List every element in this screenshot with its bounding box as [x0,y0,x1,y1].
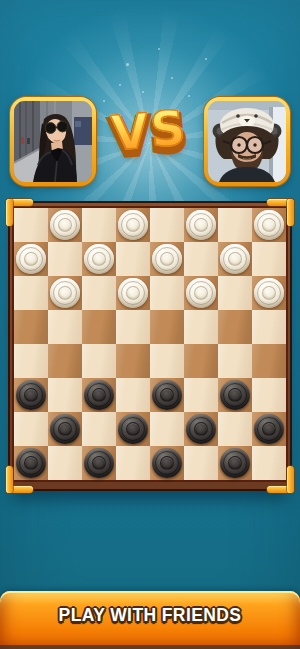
black-piece[interactable] [186,414,216,444]
square-r4c8[interactable] [252,310,286,344]
player-avatar-left[interactable] [10,97,96,186]
play-with-friends-button[interactable]: PLAY WITH FRIENDS [0,591,300,649]
white-piece[interactable] [16,244,46,274]
square-r5c6[interactable] [184,344,218,378]
square-r3c7[interactable] [218,276,252,310]
square-r7c5[interactable] [150,412,184,446]
square-r1c5[interactable] [150,208,184,242]
player-avatar-right[interactable] [204,97,290,186]
white-piece[interactable] [50,210,80,240]
square-r5c2[interactable] [48,344,82,378]
square-r2c5[interactable] [150,242,184,276]
square-r7c3[interactable] [82,412,116,446]
square-r1c6[interactable] [184,208,218,242]
white-piece[interactable] [220,244,250,274]
white-piece[interactable] [50,278,80,308]
square-r3c3[interactable] [82,276,116,310]
square-r8c3[interactable] [82,446,116,480]
square-r4c6[interactable] [184,310,218,344]
square-r8c2[interactable] [48,446,82,480]
square-r7c1[interactable] [14,412,48,446]
board-grid [14,208,286,480]
square-r5c1[interactable] [14,344,48,378]
square-r3c4[interactable] [116,276,150,310]
square-r2c6[interactable] [184,242,218,276]
sparkle [119,84,121,86]
square-r6c7[interactable] [218,378,252,412]
square-r7c6[interactable] [184,412,218,446]
white-piece[interactable] [84,244,114,274]
black-piece[interactable] [118,414,148,444]
square-r5c4[interactable] [116,344,150,378]
white-piece[interactable] [152,244,182,274]
square-r6c3[interactable] [82,378,116,412]
square-r3c1[interactable] [14,276,48,310]
square-r7c2[interactable] [48,412,82,446]
black-piece[interactable] [16,380,46,410]
square-r5c8[interactable] [252,344,286,378]
square-r3c8[interactable] [252,276,286,310]
square-r3c5[interactable] [150,276,184,310]
square-r7c4[interactable] [116,412,150,446]
square-r4c1[interactable] [14,310,48,344]
corner-bracket-bottom-right [267,466,294,493]
square-r6c1[interactable] [14,378,48,412]
square-r1c7[interactable] [218,208,252,242]
square-r3c6[interactable] [184,276,218,310]
black-piece[interactable] [152,380,182,410]
square-r4c4[interactable] [116,310,150,344]
bottom-edge-shadow [0,645,300,649]
square-r4c7[interactable] [218,310,252,344]
square-r3c2[interactable] [48,276,82,310]
black-piece[interactable] [220,380,250,410]
checkers-board [10,203,290,489]
avatar-photo-woman-sunglasses [14,101,92,182]
square-r1c4[interactable] [116,208,150,242]
black-piece[interactable] [50,414,80,444]
black-piece[interactable] [84,380,114,410]
square-r1c2[interactable] [48,208,82,242]
square-r2c2[interactable] [48,242,82,276]
square-r8c5[interactable] [150,446,184,480]
square-r6c6[interactable] [184,378,218,412]
avatar-photo-man-panda-hat [208,101,286,182]
corner-bracket-top-left [6,199,33,226]
square-r8c6[interactable] [184,446,218,480]
corner-bracket-bottom-left [6,466,33,493]
square-r4c3[interactable] [82,310,116,344]
square-r2c8[interactable] [252,242,286,276]
sparkle [205,58,207,60]
square-r2c3[interactable] [82,242,116,276]
play-button-label: PLAY WITH FRIENDS [59,605,242,626]
white-piece[interactable] [118,278,148,308]
square-r6c8[interactable] [252,378,286,412]
square-r2c1[interactable] [14,242,48,276]
square-r1c3[interactable] [82,208,116,242]
square-r7c8[interactable] [252,412,286,446]
square-r4c5[interactable] [150,310,184,344]
white-piece[interactable] [254,278,284,308]
square-r6c4[interactable] [116,378,150,412]
square-r2c7[interactable] [218,242,252,276]
corner-bracket-top-right [267,199,294,226]
square-r2c4[interactable] [116,242,150,276]
sparkle [171,77,173,79]
app-screen: VS VS [0,0,300,649]
square-r5c3[interactable] [82,344,116,378]
square-r6c5[interactable] [150,378,184,412]
white-piece[interactable] [186,278,216,308]
sparkle [142,91,144,93]
white-piece[interactable] [118,210,148,240]
black-piece[interactable] [152,448,182,478]
square-r4c2[interactable] [48,310,82,344]
square-r5c7[interactable] [218,344,252,378]
square-r8c4[interactable] [116,446,150,480]
square-r8c7[interactable] [218,446,252,480]
sparkle [158,48,160,50]
sparkle [188,95,190,97]
square-r5c5[interactable] [150,344,184,378]
square-r6c2[interactable] [48,378,82,412]
sparkle [103,100,105,102]
black-piece[interactable] [254,414,284,444]
black-piece[interactable] [84,448,114,478]
white-piece[interactable] [186,210,216,240]
avatar-photo-frame [208,101,286,182]
square-r7c7[interactable] [218,412,252,446]
sparkle [126,63,129,66]
avatar-photo-frame [14,101,92,182]
black-piece[interactable] [220,448,250,478]
